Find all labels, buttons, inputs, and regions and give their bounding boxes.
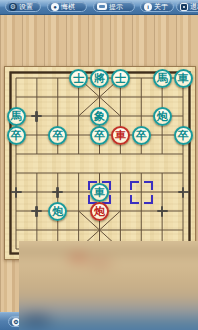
piece-black-炮[interactable]: 炮 [48, 202, 67, 221]
point-marker [31, 206, 42, 217]
point-marker [52, 187, 63, 198]
piece-black-車[interactable]: 車 [174, 69, 193, 88]
board-icon [97, 3, 107, 10]
piece-black-卒[interactable]: 卒 [90, 126, 109, 145]
piece-black-馬[interactable]: 馬 [7, 107, 26, 126]
piece-black-卒[interactable]: 卒 [174, 126, 193, 145]
piece-red-車[interactable]: 車 [111, 126, 130, 145]
piece-black-士[interactable]: 士 [111, 69, 130, 88]
about-button-label: 关于 [154, 2, 168, 11]
piece-black-象[interactable]: 象 [90, 107, 109, 126]
about-button[interactable]: i 关于 [140, 1, 174, 12]
point-marker [11, 187, 22, 198]
piece-black-炮[interactable]: 炮 [153, 107, 172, 126]
board-grid [5, 67, 195, 259]
undo-button[interactable]: ● 悔棋 [47, 1, 87, 12]
settings-button[interactable]: ⚙ 设置 [5, 1, 41, 12]
piece-black-馬[interactable]: 馬 [153, 69, 172, 88]
piece-black-將[interactable]: 將 [90, 69, 109, 88]
piece-black-卒[interactable]: 卒 [7, 126, 26, 145]
exit-icon [180, 3, 188, 11]
exit-button[interactable]: 退出 [176, 1, 198, 12]
undo-button-label: 悔棋 [61, 2, 75, 11]
hint-button[interactable]: 提示 [93, 1, 135, 12]
blur-fog [19, 241, 198, 330]
piece-black-士[interactable]: 士 [69, 69, 88, 88]
blur-overlay [19, 241, 198, 330]
piece-black-卒[interactable]: 卒 [48, 126, 67, 145]
hint-button-label: 提示 [109, 2, 123, 11]
gear-icon: ⚙ [9, 3, 17, 11]
target-bracket [130, 181, 153, 204]
piece-black-卒[interactable]: 卒 [132, 126, 151, 145]
exit-button-label: 退出 [190, 2, 198, 11]
settings-button-label: 设置 [19, 2, 33, 11]
selection-bracket [88, 181, 111, 204]
point-marker [157, 206, 168, 217]
top-toolbar: ⚙ 设置 ● 悔棋 提示 i 关于 退出 [0, 0, 198, 15]
point-marker [31, 111, 42, 122]
chat-bubble-icon: ● [51, 3, 59, 11]
info-icon: i [144, 3, 152, 11]
xiangqi-board[interactable]: 士將士馬車馬象炮卒卒卒車卒卒車炮炮 [4, 66, 196, 260]
point-marker [178, 187, 189, 198]
piece-red-炮[interactable]: 炮 [90, 202, 109, 221]
app-window: ⚙ 设置 ● 悔棋 提示 i 关于 退出 士將士馬車馬象炮卒卒卒車卒卒車炮炮 ⚙ [0, 0, 198, 330]
